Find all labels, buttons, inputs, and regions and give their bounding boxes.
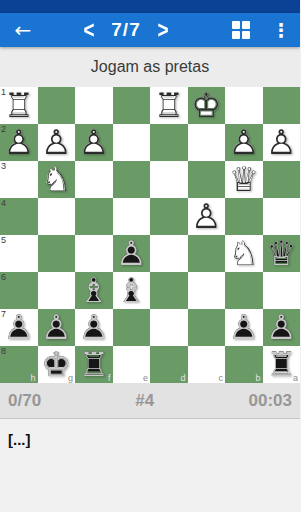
square-g5[interactable] <box>38 235 76 272</box>
square-b5[interactable]: ♞♘ <box>225 235 263 272</box>
piece-wP-b2[interactable]: ♟♙ <box>225 124 263 161</box>
piece-glyph-outline: ♙ <box>75 124 113 161</box>
square-c3[interactable] <box>188 161 226 198</box>
square-h3[interactable]: 3 <box>0 161 38 198</box>
piece-wN-g3[interactable]: ♞♘ <box>38 161 76 198</box>
back-arrow-icon: ← <box>15 18 32 42</box>
chess-board[interactable]: 1♜♖♜♖♚♔2♟♙♟♙♟♙♟♙♟♙3♞♘♛♕4♟♙5♟♙♞♘♛♕6♝♗♝♗7♟… <box>0 87 300 383</box>
piece-wQ-b3[interactable]: ♛♕ <box>225 161 263 198</box>
square-e2[interactable] <box>113 124 151 161</box>
file-label-c: c <box>219 373 224 383</box>
piece-bP-h7[interactable]: ♟♙ <box>0 309 38 346</box>
square-d5[interactable] <box>150 235 188 272</box>
piece-glyph-outline: ♙ <box>263 124 301 161</box>
timer: 00:03 <box>249 391 292 411</box>
piece-wP-f2[interactable]: ♟♙ <box>75 124 113 161</box>
square-b6[interactable] <box>225 272 263 309</box>
square-f4[interactable] <box>75 198 113 235</box>
rank-label-3: 3 <box>1 161 6 171</box>
square-d7[interactable] <box>150 309 188 346</box>
square-d8[interactable]: d <box>150 346 188 383</box>
square-e6[interactable]: ♝♗ <box>113 272 151 309</box>
file-label-b: b <box>255 373 260 383</box>
square-a3[interactable] <box>263 161 301 198</box>
square-f6[interactable]: ♝♗ <box>75 272 113 309</box>
square-c5[interactable] <box>188 235 226 272</box>
piece-glyph-outline: ♙ <box>188 198 226 235</box>
piece-glyph-outline: ♖ <box>75 346 113 383</box>
square-b8[interactable]: b <box>225 346 263 383</box>
square-a5[interactable]: ♛♕ <box>263 235 301 272</box>
piece-glyph-outline: ♙ <box>263 309 301 346</box>
piece-glyph-outline: ♗ <box>75 272 113 309</box>
score-counter: 0/70 <box>8 391 41 411</box>
file-label-e: e <box>143 373 148 383</box>
square-g6[interactable] <box>38 272 76 309</box>
square-e3[interactable] <box>113 161 151 198</box>
piece-glyph-outline: ♙ <box>113 235 151 272</box>
piece-wP-c4[interactable]: ♟♙ <box>188 198 226 235</box>
square-a1[interactable] <box>263 87 301 124</box>
app-bar: ← < 7/7 > ⋮ <box>0 13 300 47</box>
square-c1[interactable]: ♚♔ <box>188 87 226 124</box>
square-g7[interactable]: ♟♙ <box>38 309 76 346</box>
square-f2[interactable]: ♟♙ <box>75 124 113 161</box>
square-c6[interactable] <box>188 272 226 309</box>
turn-message-bar: Jogam as pretas <box>0 47 300 87</box>
chevron-right-icon: > <box>157 16 168 44</box>
chevron-left-icon: < <box>83 16 94 44</box>
square-b4[interactable] <box>225 198 263 235</box>
file-label-d: d <box>180 373 185 383</box>
piece-wN-b5[interactable]: ♞♘ <box>225 235 263 272</box>
piece-wR-h1[interactable]: ♜♖ <box>0 87 38 124</box>
piece-glyph-outline: ♙ <box>0 124 38 161</box>
square-f8[interactable]: f♜♖ <box>75 346 113 383</box>
prev-puzzle-button[interactable]: < <box>76 9 102 52</box>
piece-glyph-outline: ♙ <box>75 309 113 346</box>
square-h8[interactable]: 8h <box>0 346 38 383</box>
square-f1[interactable] <box>75 87 113 124</box>
piece-glyph-outline: ♙ <box>0 309 38 346</box>
piece-glyph-outline: ♘ <box>225 235 263 272</box>
piece-bP-f7[interactable]: ♟♙ <box>75 309 113 346</box>
square-d2[interactable] <box>150 124 188 161</box>
piece-glyph-outline: ♙ <box>38 124 76 161</box>
square-h1[interactable]: 1♜♖ <box>0 87 38 124</box>
piece-bP-b7[interactable]: ♟♙ <box>225 309 263 346</box>
piece-glyph-outline: ♕ <box>263 235 301 272</box>
square-e4[interactable] <box>113 198 151 235</box>
square-f7[interactable]: ♟♙ <box>75 309 113 346</box>
piece-bB-e6[interactable]: ♝♗ <box>113 272 151 309</box>
piece-glyph-outline: ♘ <box>38 161 76 198</box>
square-g1[interactable] <box>38 87 76 124</box>
square-d6[interactable] <box>150 272 188 309</box>
piece-bP-e5[interactable]: ♟♙ <box>113 235 151 272</box>
puzzle-list-button[interactable] <box>224 13 258 47</box>
piece-bP-a7[interactable]: ♟♙ <box>263 309 301 346</box>
square-g8[interactable]: g♚♔ <box>38 346 76 383</box>
square-d3[interactable] <box>150 161 188 198</box>
square-d1[interactable]: ♜♖ <box>150 87 188 124</box>
notation-panel[interactable]: [...] <box>0 419 300 511</box>
piece-glyph-outline: ♙ <box>225 309 263 346</box>
piece-bR-f8[interactable]: ♜♖ <box>75 346 113 383</box>
piece-bQ-a5[interactable]: ♛♕ <box>263 235 301 272</box>
piece-glyph-outline: ♗ <box>113 272 151 309</box>
square-c7[interactable] <box>188 309 226 346</box>
square-h7[interactable]: 7♟♙ <box>0 309 38 346</box>
square-e5[interactable]: ♟♙ <box>113 235 151 272</box>
problem-number: #4 <box>135 391 154 411</box>
square-a6[interactable] <box>263 272 301 309</box>
square-g3[interactable]: ♞♘ <box>38 161 76 198</box>
piece-glyph-outline: ♙ <box>38 309 76 346</box>
rank-label-5: 5 <box>1 235 6 245</box>
move-list-placeholder: [...] <box>8 431 31 448</box>
kebab-menu-icon: ⋮ <box>272 19 291 41</box>
piece-bP-g7[interactable]: ♟♙ <box>38 309 76 346</box>
status-strip: 0/70 #4 00:03 <box>0 383 300 419</box>
piece-glyph-outline: ♕ <box>225 161 263 198</box>
square-a8[interactable]: a♜♖ <box>263 346 301 383</box>
square-g4[interactable] <box>38 198 76 235</box>
square-e1[interactable] <box>113 87 151 124</box>
square-g2[interactable]: ♟♙ <box>38 124 76 161</box>
square-a2[interactable]: ♟♙ <box>263 124 301 161</box>
square-a7[interactable]: ♟♙ <box>263 309 301 346</box>
turn-message: Jogam as pretas <box>91 58 209 76</box>
square-b2[interactable]: ♟♙ <box>225 124 263 161</box>
square-b3[interactable]: ♛♕ <box>225 161 263 198</box>
piece-bB-f6[interactable]: ♝♗ <box>75 272 113 309</box>
square-d4[interactable] <box>150 198 188 235</box>
square-e8[interactable]: e <box>113 346 151 383</box>
piece-wP-a2[interactable]: ♟♙ <box>263 124 301 161</box>
square-f5[interactable] <box>75 235 113 272</box>
square-c2[interactable] <box>188 124 226 161</box>
square-a4[interactable] <box>263 198 301 235</box>
file-label-h: h <box>30 373 35 383</box>
square-c8[interactable]: c <box>188 346 226 383</box>
square-b7[interactable]: ♟♙ <box>225 309 263 346</box>
square-e7[interactable] <box>113 309 151 346</box>
puzzle-counter: 7/7 <box>100 13 152 47</box>
square-f3[interactable] <box>75 161 113 198</box>
piece-wP-g2[interactable]: ♟♙ <box>38 124 76 161</box>
rank-label-8: 8 <box>1 346 6 356</box>
piece-wR-d1[interactable]: ♜♖ <box>150 87 188 124</box>
grid-icon <box>232 21 250 39</box>
overflow-menu-button[interactable]: ⋮ <box>266 13 296 47</box>
next-puzzle-button[interactable]: > <box>150 9 176 52</box>
piece-glyph-outline: ♔ <box>188 87 226 124</box>
square-h4[interactable]: 4 <box>0 198 38 235</box>
rank-label-6: 6 <box>1 272 6 282</box>
piece-glyph-outline: ♖ <box>263 346 301 383</box>
rank-label-4: 4 <box>1 198 6 208</box>
piece-wP-h2[interactable]: ♟♙ <box>0 124 38 161</box>
piece-glyph-outline: ♖ <box>0 87 38 124</box>
square-h5[interactable]: 5 <box>0 235 38 272</box>
piece-bR-a8[interactable]: ♜♖ <box>263 346 301 383</box>
square-h2[interactable]: 2♟♙ <box>0 124 38 161</box>
piece-bK-g8[interactable]: ♚♔ <box>38 346 76 383</box>
piece-glyph-outline: ♖ <box>150 87 188 124</box>
square-b1[interactable] <box>225 87 263 124</box>
square-c4[interactable]: ♟♙ <box>188 198 226 235</box>
back-button[interactable]: ← <box>6 13 40 47</box>
piece-glyph-outline: ♙ <box>225 124 263 161</box>
piece-wK-c1[interactable]: ♚♔ <box>188 87 226 124</box>
square-h6[interactable]: 6 <box>0 272 38 309</box>
piece-glyph-outline: ♔ <box>38 346 76 383</box>
